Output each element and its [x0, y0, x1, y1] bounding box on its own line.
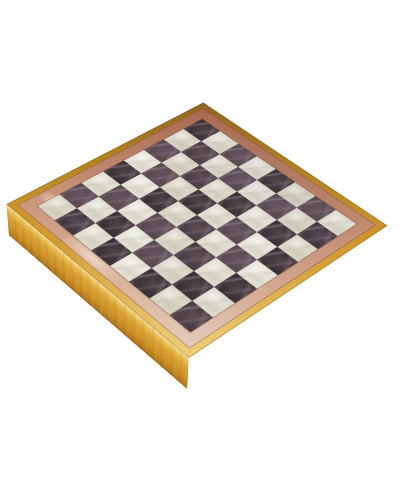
board-square: [149, 284, 192, 315]
clasp-hook-icon: [220, 336, 235, 362]
board-square: [297, 222, 337, 249]
board-square: [129, 268, 172, 298]
product-photo-background: [0, 0, 400, 480]
board-square: [114, 225, 155, 253]
board-square: [216, 217, 256, 244]
board-square: [136, 213, 176, 240]
board-square: [73, 223, 114, 251]
board-square: [214, 273, 257, 303]
board-square: [192, 287, 235, 318]
board-square: [236, 260, 278, 289]
board-square: [110, 253, 152, 282]
clasp-hook-icon: [358, 243, 372, 267]
box-top-face: [6, 102, 387, 358]
board-square: [55, 208, 95, 235]
board-square: [174, 242, 215, 270]
board-square: [176, 215, 216, 242]
board-square: [194, 257, 236, 286]
board-square: [215, 244, 256, 273]
board-square: [152, 255, 194, 284]
chess-box: [6, 102, 387, 358]
board-square: [172, 271, 215, 301]
board-square: [195, 229, 236, 257]
stone-frame: [18, 108, 377, 348]
board-square: [257, 219, 297, 246]
board-square: [155, 227, 196, 255]
board-square: [133, 240, 174, 268]
board-square: [95, 211, 135, 238]
board-square: [277, 234, 318, 262]
board-square: [257, 247, 298, 276]
board-square: [91, 237, 132, 265]
board-square: [169, 301, 213, 333]
board-square: [236, 232, 277, 260]
